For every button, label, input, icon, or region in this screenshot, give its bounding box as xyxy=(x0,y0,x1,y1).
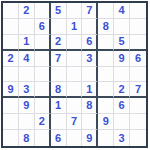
sudoku-cell-r2c8[interactable] xyxy=(114,19,130,35)
sudoku-cell-r5c5[interactable] xyxy=(67,67,83,83)
sudoku-cell-r8c4[interactable] xyxy=(51,114,67,130)
sudoku-cell-r6c4[interactable]: 8 xyxy=(51,82,67,98)
sudoku-cell-r9c9[interactable] xyxy=(130,130,146,146)
sudoku-cell-r1c8[interactable]: 4 xyxy=(114,3,130,19)
sudoku-cell-r7c4[interactable]: 1 xyxy=(51,98,67,114)
sudoku-cell-r8c2[interactable] xyxy=(19,114,35,130)
sudoku-cell-r6c1[interactable]: 9 xyxy=(3,82,19,98)
sudoku-cell-r5c4[interactable] xyxy=(51,67,67,83)
sudoku-cell-r6c3[interactable] xyxy=(35,82,51,98)
sudoku-cell-r6c5[interactable] xyxy=(67,82,83,98)
sudoku-cell-r2c6[interactable] xyxy=(82,19,98,35)
sudoku-cell-r1c3[interactable] xyxy=(35,3,51,19)
cell-digit: 7 xyxy=(135,84,141,95)
sudoku-cell-r2c5[interactable]: 1 xyxy=(67,19,83,35)
sudoku-cell-r3c8[interactable]: 5 xyxy=(114,35,130,51)
cell-digit: 2 xyxy=(7,53,13,64)
sudoku-cell-r1c1[interactable] xyxy=(3,3,19,19)
sudoku-cell-r7c1[interactable] xyxy=(3,98,19,114)
cell-digit: 9 xyxy=(86,133,92,144)
sudoku-cell-r3c2[interactable]: 1 xyxy=(19,35,35,51)
sudoku-cell-r7c5[interactable] xyxy=(67,98,83,114)
sudoku-cell-r8c6[interactable] xyxy=(82,114,98,130)
cell-digit: 2 xyxy=(23,5,29,16)
cell-digit: 7 xyxy=(86,5,92,16)
sudoku-cell-r9c7[interactable] xyxy=(98,130,114,146)
cell-digit: 1 xyxy=(71,21,77,32)
sudoku-cell-r3c6[interactable]: 6 xyxy=(82,35,98,51)
sudoku-page: 2574618126524739693812791862798693 xyxy=(0,0,150,150)
sudoku-cell-r4c9[interactable]: 6 xyxy=(130,51,146,67)
cell-digit: 6 xyxy=(55,133,61,144)
sudoku-cell-r7c3[interactable] xyxy=(35,98,51,114)
sudoku-cell-r9c3[interactable] xyxy=(35,130,51,146)
sudoku-cell-r3c9[interactable] xyxy=(130,35,146,51)
cell-digit: 1 xyxy=(55,100,61,111)
cell-digit: 3 xyxy=(86,53,92,64)
cell-digit: 8 xyxy=(103,21,109,32)
sudoku-cell-r3c5[interactable] xyxy=(67,35,83,51)
sudoku-cell-r9c8[interactable]: 3 xyxy=(114,130,130,146)
sudoku-cell-r5c9[interactable] xyxy=(130,67,146,83)
cell-digit: 1 xyxy=(23,36,29,47)
sudoku-cell-r2c7[interactable]: 8 xyxy=(98,19,114,35)
cell-digit: 9 xyxy=(103,116,109,127)
sudoku-cell-r6c8[interactable]: 2 xyxy=(114,82,130,98)
sudoku-cell-r7c6[interactable]: 8 xyxy=(82,98,98,114)
sudoku-cell-r4c7[interactable] xyxy=(98,51,114,67)
sudoku-cell-r3c1[interactable] xyxy=(3,35,19,51)
sudoku-cell-r1c5[interactable] xyxy=(67,3,83,19)
cell-digit: 4 xyxy=(23,53,29,64)
sudoku-cell-r5c3[interactable] xyxy=(35,67,51,83)
sudoku-cell-r4c1[interactable]: 2 xyxy=(3,51,19,67)
sudoku-cell-r5c2[interactable] xyxy=(19,67,35,83)
cell-digit: 9 xyxy=(7,84,13,95)
sudoku-cell-r7c7[interactable] xyxy=(98,98,114,114)
sudoku-cell-r3c4[interactable]: 2 xyxy=(51,35,67,51)
cell-digit: 3 xyxy=(119,133,125,144)
sudoku-cell-r5c6[interactable] xyxy=(82,67,98,83)
sudoku-cell-r5c1[interactable] xyxy=(3,67,19,83)
sudoku-cell-r1c2[interactable]: 2 xyxy=(19,3,35,19)
sudoku-cell-r2c9[interactable] xyxy=(130,19,146,35)
cell-digit: 9 xyxy=(23,100,29,111)
sudoku-cell-r9c4[interactable]: 6 xyxy=(51,130,67,146)
cell-digit: 4 xyxy=(119,5,125,16)
sudoku-cell-r8c5[interactable]: 7 xyxy=(67,114,83,130)
cell-digit: 9 xyxy=(119,53,125,64)
sudoku-cell-r4c8[interactable]: 9 xyxy=(114,51,130,67)
cell-digit: 1 xyxy=(86,84,92,95)
sudoku-cell-r1c7[interactable] xyxy=(98,3,114,19)
cell-digit: 2 xyxy=(119,84,125,95)
sudoku-cell-r4c4[interactable]: 7 xyxy=(51,51,67,67)
sudoku-cell-r9c2[interactable]: 8 xyxy=(19,130,35,146)
sudoku-cell-r2c2[interactable] xyxy=(19,19,35,35)
sudoku-cell-r6c2[interactable]: 3 xyxy=(19,82,35,98)
sudoku-cell-r6c9[interactable]: 7 xyxy=(130,82,146,98)
sudoku-cell-r3c7[interactable] xyxy=(98,35,114,51)
cell-digit: 8 xyxy=(23,133,29,144)
cell-digit: 7 xyxy=(55,53,61,64)
cell-digit: 6 xyxy=(39,21,45,32)
sudoku-cell-r5c7[interactable] xyxy=(98,67,114,83)
sudoku-cell-r7c2[interactable]: 9 xyxy=(19,98,35,114)
sudoku-cell-r4c6[interactable]: 3 xyxy=(82,51,98,67)
sudoku-cell-r4c5[interactable] xyxy=(67,51,83,67)
cell-digit: 8 xyxy=(86,100,92,111)
sudoku-cell-r1c4[interactable]: 5 xyxy=(51,3,67,19)
sudoku-cell-r2c4[interactable] xyxy=(51,19,67,35)
cell-digit: 3 xyxy=(23,84,29,95)
sudoku-cell-r4c3[interactable] xyxy=(35,51,51,67)
sudoku-cell-r1c6[interactable]: 7 xyxy=(82,3,98,19)
sudoku-cell-r5c8[interactable] xyxy=(114,67,130,83)
cell-digit: 6 xyxy=(135,53,141,64)
sudoku-cell-r9c1[interactable] xyxy=(3,130,19,146)
sudoku-board: 2574618126524739693812791862798693 xyxy=(1,1,148,148)
cell-digit: 2 xyxy=(39,116,45,127)
sudoku-cell-r2c3[interactable]: 6 xyxy=(35,19,51,35)
sudoku-cell-r7c9[interactable] xyxy=(130,98,146,114)
sudoku-cell-r8c9[interactable] xyxy=(130,114,146,130)
sudoku-cell-r8c8[interactable] xyxy=(114,114,130,130)
sudoku-cell-r4c2[interactable]: 4 xyxy=(19,51,35,67)
sudoku-cell-r9c5[interactable] xyxy=(67,130,83,146)
sudoku-cell-r6c6[interactable]: 1 xyxy=(82,82,98,98)
sudoku-cell-r1c9[interactable] xyxy=(130,3,146,19)
sudoku-cell-r8c7[interactable]: 9 xyxy=(98,114,114,130)
sudoku-cell-r8c3[interactable]: 2 xyxy=(35,114,51,130)
sudoku-cell-r9c6[interactable]: 9 xyxy=(82,130,98,146)
sudoku-cell-r2c1[interactable] xyxy=(3,19,19,35)
cell-digit: 6 xyxy=(119,100,125,111)
sudoku-cell-r8c1[interactable] xyxy=(3,114,19,130)
cell-digit: 8 xyxy=(55,84,61,95)
cell-digit: 2 xyxy=(55,36,61,47)
sudoku-cell-r7c8[interactable]: 6 xyxy=(114,98,130,114)
cell-digit: 5 xyxy=(119,36,125,47)
cell-digit: 5 xyxy=(55,5,61,16)
sudoku-cell-r3c3[interactable] xyxy=(35,35,51,51)
cell-digit: 7 xyxy=(71,116,77,127)
sudoku-cell-r6c7[interactable] xyxy=(98,82,114,98)
cell-digit: 6 xyxy=(86,36,92,47)
